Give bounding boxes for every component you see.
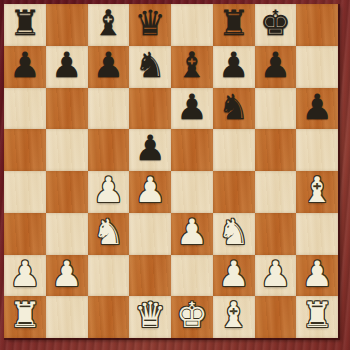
square-f7[interactable]: ♟ xyxy=(213,46,255,88)
black-pawn-e6[interactable]: ♟ xyxy=(176,87,207,129)
white-pawn-g2[interactable]: ♟ xyxy=(260,254,291,296)
square-h3[interactable] xyxy=(296,213,338,255)
square-c5[interactable] xyxy=(88,129,130,171)
square-c7[interactable]: ♟ xyxy=(88,46,130,88)
square-f3[interactable]: ♞ xyxy=(213,213,255,255)
square-b3[interactable] xyxy=(46,213,88,255)
white-queen-d1[interactable]: ♛ xyxy=(134,295,165,337)
white-bishop-h4[interactable]: ♝ xyxy=(301,170,332,212)
black-queen-d8[interactable]: ♛ xyxy=(134,3,165,45)
square-a1[interactable]: ♜ xyxy=(4,296,46,338)
square-e2[interactable] xyxy=(171,255,213,297)
square-h4[interactable]: ♝ xyxy=(296,171,338,213)
square-g1[interactable] xyxy=(255,296,297,338)
square-f6[interactable]: ♞ xyxy=(213,88,255,130)
black-rook-f8[interactable]: ♜ xyxy=(218,3,249,45)
square-e7[interactable]: ♝ xyxy=(171,46,213,88)
white-knight-c3[interactable]: ♞ xyxy=(93,212,124,254)
square-h7[interactable] xyxy=(296,46,338,88)
black-pawn-c7[interactable]: ♟ xyxy=(93,45,124,87)
black-king-g8[interactable]: ♚ xyxy=(260,3,291,45)
square-b5[interactable] xyxy=(46,129,88,171)
white-pawn-b2[interactable]: ♟ xyxy=(51,254,82,296)
white-pawn-h2[interactable]: ♟ xyxy=(301,254,332,296)
black-bishop-e7[interactable]: ♝ xyxy=(176,45,207,87)
chess-board: ♜♝♛♜♚♟♟♟♞♝♟♟♟♞♟♟♟♟♝♞♟♞♟♟♟♟♟♜♛♚♝♜ xyxy=(4,4,338,338)
square-g6[interactable] xyxy=(255,88,297,130)
square-b1[interactable] xyxy=(46,296,88,338)
square-b7[interactable]: ♟ xyxy=(46,46,88,88)
black-pawn-d5[interactable]: ♟ xyxy=(134,128,165,170)
square-d6[interactable] xyxy=(129,88,171,130)
square-b2[interactable]: ♟ xyxy=(46,255,88,297)
square-g4[interactable] xyxy=(255,171,297,213)
square-a7[interactable]: ♟ xyxy=(4,46,46,88)
square-c4[interactable]: ♟ xyxy=(88,171,130,213)
square-a4[interactable] xyxy=(4,171,46,213)
square-f4[interactable] xyxy=(213,171,255,213)
square-d4[interactable]: ♟ xyxy=(129,171,171,213)
white-pawn-a2[interactable]: ♟ xyxy=(9,254,40,296)
black-rook-a8[interactable]: ♜ xyxy=(9,3,40,45)
white-knight-f3[interactable]: ♞ xyxy=(218,212,249,254)
square-g3[interactable] xyxy=(255,213,297,255)
square-h1[interactable]: ♜ xyxy=(296,296,338,338)
square-a2[interactable]: ♟ xyxy=(4,255,46,297)
square-c1[interactable] xyxy=(88,296,130,338)
black-pawn-b7[interactable]: ♟ xyxy=(51,45,82,87)
square-e6[interactable]: ♟ xyxy=(171,88,213,130)
square-h6[interactable]: ♟ xyxy=(296,88,338,130)
square-d5[interactable]: ♟ xyxy=(129,129,171,171)
square-c6[interactable] xyxy=(88,88,130,130)
square-b4[interactable] xyxy=(46,171,88,213)
white-pawn-c4[interactable]: ♟ xyxy=(93,170,124,212)
square-c2[interactable] xyxy=(88,255,130,297)
square-f5[interactable] xyxy=(213,129,255,171)
black-pawn-h6[interactable]: ♟ xyxy=(301,87,332,129)
square-e4[interactable] xyxy=(171,171,213,213)
white-pawn-e3[interactable]: ♟ xyxy=(176,212,207,254)
square-c3[interactable]: ♞ xyxy=(88,213,130,255)
black-pawn-g7[interactable]: ♟ xyxy=(260,45,291,87)
square-f2[interactable]: ♟ xyxy=(213,255,255,297)
square-e8[interactable] xyxy=(171,4,213,46)
black-knight-f6[interactable]: ♞ xyxy=(218,87,249,129)
square-f1[interactable]: ♝ xyxy=(213,296,255,338)
square-h5[interactable] xyxy=(296,129,338,171)
white-pawn-f2[interactable]: ♟ xyxy=(218,254,249,296)
square-h8[interactable] xyxy=(296,4,338,46)
square-g8[interactable]: ♚ xyxy=(255,4,297,46)
square-b8[interactable] xyxy=(46,4,88,46)
square-e1[interactable]: ♚ xyxy=(171,296,213,338)
black-pawn-f7[interactable]: ♟ xyxy=(218,45,249,87)
square-a3[interactable] xyxy=(4,213,46,255)
chess-app: ♜♝♛♜♚♟♟♟♞♝♟♟♟♞♟♟♟♟♝♞♟♞♟♟♟♟♟♜♛♚♝♜ xyxy=(0,0,350,350)
square-f8[interactable]: ♜ xyxy=(213,4,255,46)
square-d2[interactable] xyxy=(129,255,171,297)
white-pawn-d4[interactable]: ♟ xyxy=(134,170,165,212)
square-e5[interactable] xyxy=(171,129,213,171)
square-h2[interactable]: ♟ xyxy=(296,255,338,297)
white-king-e1[interactable]: ♚ xyxy=(176,295,207,337)
white-rook-a1[interactable]: ♜ xyxy=(9,295,40,337)
black-bishop-c8[interactable]: ♝ xyxy=(93,3,124,45)
white-bishop-f1[interactable]: ♝ xyxy=(218,295,249,337)
square-a8[interactable]: ♜ xyxy=(4,4,46,46)
square-d7[interactable]: ♞ xyxy=(129,46,171,88)
white-rook-h1[interactable]: ♜ xyxy=(301,295,332,337)
square-d1[interactable]: ♛ xyxy=(129,296,171,338)
black-pawn-a7[interactable]: ♟ xyxy=(9,45,40,87)
square-e3[interactable]: ♟ xyxy=(171,213,213,255)
square-g5[interactable] xyxy=(255,129,297,171)
square-g7[interactable]: ♟ xyxy=(255,46,297,88)
square-a6[interactable] xyxy=(4,88,46,130)
square-c8[interactable]: ♝ xyxy=(88,4,130,46)
square-g2[interactable]: ♟ xyxy=(255,255,297,297)
black-knight-d7[interactable]: ♞ xyxy=(134,45,165,87)
square-b6[interactable] xyxy=(46,88,88,130)
square-d3[interactable] xyxy=(129,213,171,255)
square-d8[interactable]: ♛ xyxy=(129,4,171,46)
square-a5[interactable] xyxy=(4,129,46,171)
